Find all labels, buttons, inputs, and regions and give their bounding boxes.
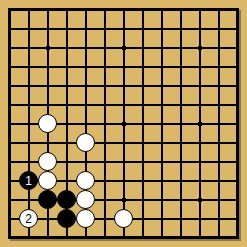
intersection[interactable] bbox=[171, 19, 190, 38]
intersection[interactable] bbox=[95, 209, 114, 228]
intersection[interactable] bbox=[38, 133, 57, 152]
intersection[interactable] bbox=[228, 171, 247, 190]
intersection[interactable] bbox=[190, 57, 209, 76]
intersection[interactable] bbox=[190, 0, 209, 19]
intersection[interactable] bbox=[19, 133, 38, 152]
intersection[interactable] bbox=[95, 152, 114, 171]
intersection[interactable] bbox=[0, 57, 19, 76]
intersection[interactable] bbox=[76, 152, 95, 171]
move-number: 1 bbox=[25, 175, 32, 187]
intersection[interactable] bbox=[152, 76, 171, 95]
intersection[interactable] bbox=[19, 228, 38, 247]
intersection[interactable] bbox=[95, 114, 114, 133]
intersection[interactable] bbox=[209, 152, 228, 171]
intersection[interactable] bbox=[171, 57, 190, 76]
stone-white[interactable] bbox=[76, 209, 95, 228]
intersection[interactable] bbox=[38, 19, 57, 38]
intersection[interactable] bbox=[19, 0, 38, 19]
intersection[interactable] bbox=[76, 57, 95, 76]
intersection[interactable] bbox=[38, 209, 57, 228]
intersection[interactable] bbox=[190, 209, 209, 228]
intersection[interactable] bbox=[228, 228, 247, 247]
stone-white[interactable] bbox=[76, 171, 95, 190]
intersection[interactable] bbox=[19, 95, 38, 114]
intersection[interactable] bbox=[228, 76, 247, 95]
intersection[interactable] bbox=[209, 57, 228, 76]
intersection[interactable] bbox=[209, 190, 228, 209]
intersection[interactable] bbox=[0, 114, 19, 133]
intersection[interactable] bbox=[152, 152, 171, 171]
intersection[interactable] bbox=[152, 228, 171, 247]
stone-white[interactable] bbox=[38, 114, 57, 133]
stones-grid: 12 bbox=[0, 0, 247, 247]
intersection[interactable] bbox=[190, 19, 209, 38]
stone-black[interactable] bbox=[38, 190, 57, 209]
intersection[interactable] bbox=[57, 114, 76, 133]
intersection[interactable] bbox=[190, 190, 209, 209]
intersection[interactable] bbox=[95, 171, 114, 190]
stone-white[interactable] bbox=[38, 171, 57, 190]
intersection[interactable] bbox=[76, 114, 95, 133]
intersection[interactable] bbox=[95, 95, 114, 114]
intersection[interactable] bbox=[57, 57, 76, 76]
intersection[interactable] bbox=[76, 19, 95, 38]
intersection[interactable] bbox=[171, 228, 190, 247]
intersection[interactable] bbox=[76, 76, 95, 95]
intersection[interactable] bbox=[114, 152, 133, 171]
intersection[interactable] bbox=[57, 152, 76, 171]
intersection[interactable] bbox=[152, 95, 171, 114]
intersection[interactable] bbox=[190, 228, 209, 247]
intersection[interactable] bbox=[209, 76, 228, 95]
intersection[interactable] bbox=[152, 19, 171, 38]
intersection[interactable] bbox=[133, 57, 152, 76]
intersection[interactable] bbox=[228, 209, 247, 228]
intersection[interactable] bbox=[57, 228, 76, 247]
intersection[interactable] bbox=[114, 38, 133, 57]
intersection[interactable] bbox=[114, 228, 133, 247]
stone-black[interactable]: 1 bbox=[19, 171, 38, 190]
intersection[interactable] bbox=[114, 95, 133, 114]
intersection[interactable] bbox=[190, 114, 209, 133]
intersection[interactable] bbox=[171, 114, 190, 133]
intersection[interactable] bbox=[209, 228, 228, 247]
intersection[interactable] bbox=[171, 209, 190, 228]
intersection[interactable] bbox=[228, 152, 247, 171]
stone-white[interactable]: 2 bbox=[19, 209, 38, 228]
intersection[interactable] bbox=[57, 76, 76, 95]
intersection[interactable] bbox=[38, 57, 57, 76]
intersection[interactable] bbox=[0, 209, 19, 228]
stone-white[interactable] bbox=[38, 152, 57, 171]
intersection[interactable] bbox=[190, 133, 209, 152]
intersection[interactable] bbox=[133, 76, 152, 95]
intersection[interactable] bbox=[0, 19, 19, 38]
intersection[interactable] bbox=[133, 114, 152, 133]
intersection[interactable] bbox=[114, 0, 133, 19]
intersection[interactable] bbox=[0, 171, 19, 190]
intersection[interactable] bbox=[133, 19, 152, 38]
intersection[interactable] bbox=[57, 95, 76, 114]
intersection[interactable] bbox=[152, 0, 171, 19]
intersection[interactable] bbox=[171, 38, 190, 57]
intersection[interactable] bbox=[0, 95, 19, 114]
intersection[interactable] bbox=[133, 152, 152, 171]
intersection[interactable] bbox=[209, 38, 228, 57]
intersection[interactable] bbox=[133, 38, 152, 57]
intersection[interactable] bbox=[152, 133, 171, 152]
intersection[interactable] bbox=[57, 171, 76, 190]
intersection[interactable] bbox=[171, 152, 190, 171]
intersection[interactable] bbox=[152, 190, 171, 209]
intersection[interactable] bbox=[114, 76, 133, 95]
intersection[interactable] bbox=[114, 114, 133, 133]
intersection[interactable] bbox=[114, 19, 133, 38]
intersection[interactable] bbox=[95, 0, 114, 19]
intersection[interactable] bbox=[228, 38, 247, 57]
intersection[interactable] bbox=[152, 171, 171, 190]
stone-black[interactable] bbox=[57, 209, 76, 228]
intersection[interactable] bbox=[209, 114, 228, 133]
intersection[interactable] bbox=[76, 95, 95, 114]
stone-white[interactable] bbox=[76, 133, 95, 152]
intersection[interactable] bbox=[0, 0, 19, 19]
intersection[interactable] bbox=[57, 133, 76, 152]
intersection[interactable] bbox=[190, 152, 209, 171]
intersection[interactable] bbox=[152, 57, 171, 76]
intersection[interactable] bbox=[133, 209, 152, 228]
intersection[interactable] bbox=[38, 228, 57, 247]
intersection[interactable] bbox=[209, 171, 228, 190]
intersection[interactable] bbox=[95, 57, 114, 76]
intersection[interactable] bbox=[133, 171, 152, 190]
intersection[interactable] bbox=[95, 19, 114, 38]
intersection[interactable] bbox=[133, 228, 152, 247]
intersection[interactable] bbox=[190, 76, 209, 95]
intersection[interactable] bbox=[152, 209, 171, 228]
intersection[interactable] bbox=[76, 0, 95, 19]
intersection[interactable] bbox=[0, 152, 19, 171]
intersection[interactable] bbox=[95, 133, 114, 152]
intersection[interactable] bbox=[114, 57, 133, 76]
intersection[interactable] bbox=[228, 190, 247, 209]
intersection[interactable] bbox=[38, 38, 57, 57]
intersection[interactable] bbox=[95, 38, 114, 57]
intersection[interactable] bbox=[38, 76, 57, 95]
intersection[interactable] bbox=[209, 19, 228, 38]
intersection[interactable] bbox=[190, 171, 209, 190]
intersection[interactable] bbox=[57, 38, 76, 57]
intersection[interactable] bbox=[171, 0, 190, 19]
intersection[interactable] bbox=[171, 171, 190, 190]
intersection[interactable] bbox=[57, 19, 76, 38]
intersection[interactable] bbox=[133, 0, 152, 19]
intersection[interactable] bbox=[38, 0, 57, 19]
intersection[interactable] bbox=[133, 133, 152, 152]
intersection[interactable] bbox=[76, 228, 95, 247]
intersection[interactable] bbox=[38, 95, 57, 114]
intersection[interactable] bbox=[171, 190, 190, 209]
intersection[interactable] bbox=[190, 38, 209, 57]
intersection[interactable] bbox=[19, 38, 38, 57]
intersection[interactable] bbox=[0, 190, 19, 209]
intersection[interactable] bbox=[171, 95, 190, 114]
intersection[interactable] bbox=[228, 95, 247, 114]
intersection[interactable] bbox=[171, 76, 190, 95]
intersection[interactable] bbox=[228, 133, 247, 152]
intersection[interactable] bbox=[19, 57, 38, 76]
intersection[interactable] bbox=[114, 133, 133, 152]
intersection[interactable] bbox=[0, 38, 19, 57]
intersection[interactable] bbox=[133, 190, 152, 209]
intersection[interactable] bbox=[19, 190, 38, 209]
intersection[interactable] bbox=[19, 152, 38, 171]
stone-black[interactable] bbox=[57, 190, 76, 209]
intersection[interactable] bbox=[228, 0, 247, 19]
intersection[interactable] bbox=[209, 133, 228, 152]
intersection[interactable] bbox=[114, 190, 133, 209]
intersection[interactable] bbox=[152, 114, 171, 133]
intersection[interactable] bbox=[19, 19, 38, 38]
intersection[interactable] bbox=[76, 38, 95, 57]
intersection[interactable] bbox=[57, 0, 76, 19]
move-number: 2 bbox=[25, 213, 32, 225]
intersection[interactable] bbox=[19, 114, 38, 133]
intersection[interactable] bbox=[171, 133, 190, 152]
intersection[interactable] bbox=[209, 209, 228, 228]
stone-white[interactable] bbox=[114, 209, 133, 228]
intersection[interactable] bbox=[0, 76, 19, 95]
intersection[interactable] bbox=[190, 95, 209, 114]
intersection[interactable] bbox=[228, 19, 247, 38]
intersection[interactable] bbox=[209, 0, 228, 19]
go-board[interactable]: 12 bbox=[0, 0, 247, 247]
intersection[interactable] bbox=[95, 228, 114, 247]
intersection[interactable] bbox=[209, 95, 228, 114]
intersection[interactable] bbox=[228, 57, 247, 76]
intersection[interactable] bbox=[114, 171, 133, 190]
intersection[interactable] bbox=[95, 76, 114, 95]
intersection[interactable] bbox=[95, 190, 114, 209]
intersection[interactable] bbox=[0, 133, 19, 152]
intersection[interactable] bbox=[0, 228, 19, 247]
stone-white[interactable] bbox=[76, 190, 95, 209]
intersection[interactable] bbox=[228, 114, 247, 133]
intersection[interactable] bbox=[152, 38, 171, 57]
intersection[interactable] bbox=[133, 95, 152, 114]
intersection[interactable] bbox=[19, 76, 38, 95]
